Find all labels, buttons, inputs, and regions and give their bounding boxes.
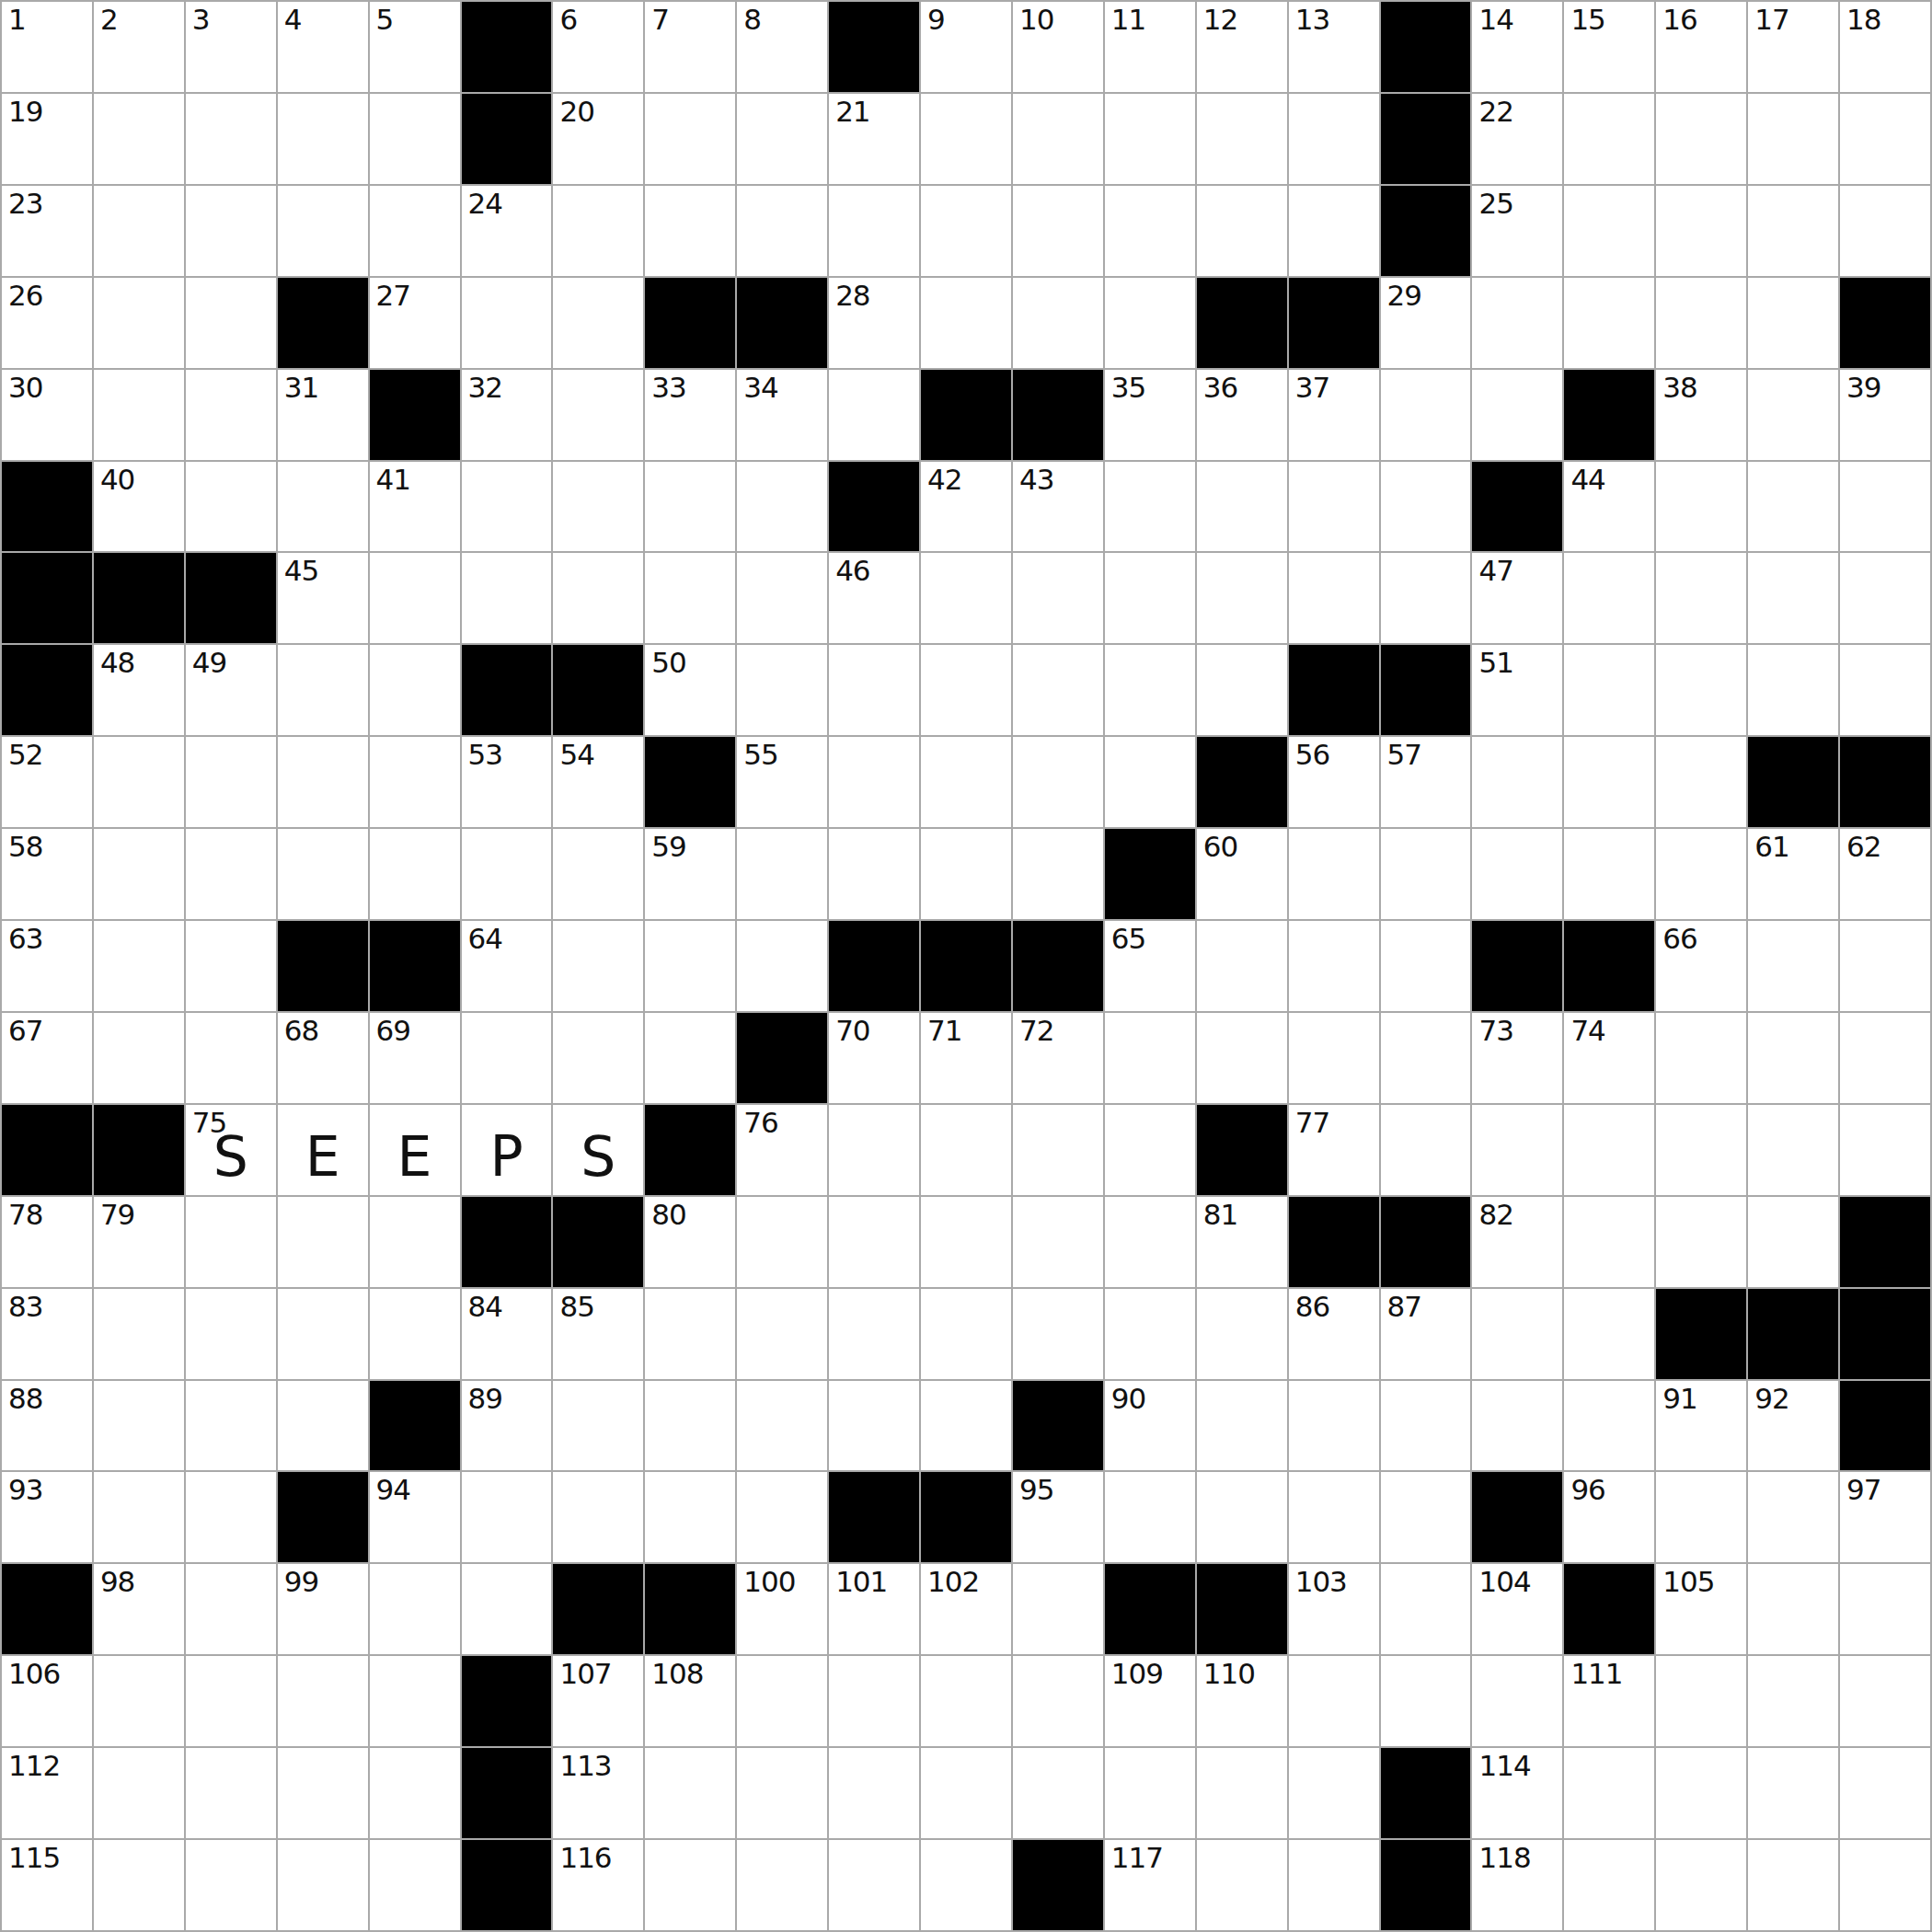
cell-r3c14[interactable] <box>1197 186 1287 276</box>
cell-r7c6[interactable] <box>462 553 552 643</box>
cell-r13c19[interactable] <box>1656 1105 1746 1195</box>
cell-r18c6[interactable] <box>462 1564 552 1654</box>
cell-r12c6[interactable] <box>462 1013 552 1103</box>
cell-r6c8[interactable] <box>645 462 735 552</box>
cell-r16c7[interactable] <box>553 1381 643 1471</box>
cell-r15c15[interactable]: 86 <box>1289 1289 1379 1379</box>
cell-r20c18[interactable] <box>1564 1748 1654 1838</box>
cell-r5c15[interactable]: 37 <box>1289 370 1379 460</box>
cell-r20c17[interactable]: 114 <box>1472 1748 1562 1838</box>
cell-r17c21[interactable]: 97 <box>1840 1472 1930 1562</box>
cell-r21c5[interactable] <box>370 1840 460 1930</box>
cell-r1c21[interactable]: 18 <box>1840 2 1930 92</box>
cell-r21c4[interactable] <box>278 1840 368 1930</box>
cell-r10c20[interactable]: 61 <box>1748 829 1838 919</box>
cell-r2c14[interactable] <box>1197 94 1287 184</box>
cell-r9c4[interactable] <box>278 737 368 827</box>
cell-r12c18[interactable]: 74 <box>1564 1013 1654 1103</box>
cell-r6c19[interactable] <box>1656 462 1746 552</box>
cell-r3c15[interactable] <box>1289 186 1379 276</box>
cell-r8c9[interactable] <box>737 645 827 735</box>
cell-r7c16[interactable] <box>1381 553 1471 643</box>
cell-r3c21[interactable] <box>1840 186 1930 276</box>
cell-r11c6[interactable]: 64 <box>462 921 552 1011</box>
cell-r20c20[interactable] <box>1748 1748 1838 1838</box>
cell-r16c16[interactable] <box>1381 1381 1471 1471</box>
cell-r2c13[interactable] <box>1105 94 1195 184</box>
cell-r20c11[interactable] <box>921 1748 1011 1838</box>
cell-r8c11[interactable] <box>921 645 1011 735</box>
cell-r6c2[interactable]: 40 <box>94 462 184 552</box>
cell-r4c1[interactable]: 26 <box>2 278 92 368</box>
cell-r8c12[interactable] <box>1013 645 1103 735</box>
cell-r2c5[interactable] <box>370 94 460 184</box>
cell-r17c18[interactable]: 96 <box>1564 1472 1654 1562</box>
cell-r11c16[interactable] <box>1381 921 1471 1011</box>
cell-r3c11[interactable] <box>921 186 1011 276</box>
cell-r6c11[interactable]: 42 <box>921 462 1011 552</box>
cell-r16c8[interactable] <box>645 1381 735 1471</box>
cell-r19c17[interactable] <box>1472 1656 1562 1746</box>
cell-r11c2[interactable] <box>94 921 184 1011</box>
cell-r14c10[interactable] <box>829 1197 919 1287</box>
cell-r21c11[interactable] <box>921 1840 1011 1930</box>
cell-r5c10[interactable] <box>829 370 919 460</box>
cell-r17c7[interactable] <box>553 1472 643 1562</box>
cell-r6c18[interactable]: 44 <box>1564 462 1654 552</box>
cell-r19c19[interactable] <box>1656 1656 1746 1746</box>
cell-r16c14[interactable] <box>1197 1381 1287 1471</box>
cell-r17c14[interactable] <box>1197 1472 1287 1562</box>
cell-r7c9[interactable] <box>737 553 827 643</box>
cell-r4c13[interactable] <box>1105 278 1195 368</box>
cell-r16c11[interactable] <box>921 1381 1011 1471</box>
cell-r21c19[interactable] <box>1656 1840 1746 1930</box>
cell-r14c1[interactable]: 78 <box>2 1197 92 1287</box>
cell-r8c17[interactable]: 51 <box>1472 645 1562 735</box>
cell-r19c8[interactable]: 108 <box>645 1656 735 1746</box>
cell-r9c9[interactable]: 55 <box>737 737 827 827</box>
cell-r18c17[interactable]: 104 <box>1472 1564 1562 1654</box>
cell-r1c5[interactable]: 5 <box>370 2 460 92</box>
cell-r9c10[interactable] <box>829 737 919 827</box>
cell-r4c18[interactable] <box>1564 278 1654 368</box>
cell-r14c19[interactable] <box>1656 1197 1746 1287</box>
cell-r7c7[interactable] <box>553 553 643 643</box>
cell-r5c8[interactable]: 33 <box>645 370 735 460</box>
cell-r1c9[interactable]: 8 <box>737 2 827 92</box>
cell-r17c2[interactable] <box>94 1472 184 1562</box>
cell-r19c20[interactable] <box>1748 1656 1838 1746</box>
cell-r1c20[interactable]: 17 <box>1748 2 1838 92</box>
cell-r7c11[interactable] <box>921 553 1011 643</box>
cell-r3c20[interactable] <box>1748 186 1838 276</box>
cell-r20c19[interactable] <box>1656 1748 1746 1838</box>
cell-r4c20[interactable] <box>1748 278 1838 368</box>
cell-r8c14[interactable] <box>1197 645 1287 735</box>
cell-r9c2[interactable] <box>94 737 184 827</box>
cell-r15c16[interactable]: 87 <box>1381 1289 1471 1379</box>
cell-r16c19[interactable]: 91 <box>1656 1381 1746 1471</box>
cell-r1c15[interactable]: 13 <box>1289 2 1379 92</box>
cell-r15c17[interactable] <box>1472 1289 1562 1379</box>
cell-r8c13[interactable] <box>1105 645 1195 735</box>
cell-r2c21[interactable] <box>1840 94 1930 184</box>
cell-r4c3[interactable] <box>186 278 276 368</box>
cell-r17c16[interactable] <box>1381 1472 1471 1562</box>
cell-r1c17[interactable]: 14 <box>1472 2 1562 92</box>
cell-r12c10[interactable]: 70 <box>829 1013 919 1103</box>
cell-r4c12[interactable] <box>1013 278 1103 368</box>
cell-r12c12[interactable]: 72 <box>1013 1013 1103 1103</box>
cell-r10c19[interactable] <box>1656 829 1746 919</box>
cell-r2c15[interactable] <box>1289 94 1379 184</box>
cell-r16c1[interactable]: 88 <box>2 1381 92 1471</box>
cell-r1c19[interactable]: 16 <box>1656 2 1746 92</box>
cell-r19c14[interactable]: 110 <box>1197 1656 1287 1746</box>
cell-r13c10[interactable] <box>829 1105 919 1195</box>
cell-r9c19[interactable] <box>1656 737 1746 827</box>
cell-r16c18[interactable] <box>1564 1381 1654 1471</box>
cell-r6c14[interactable] <box>1197 462 1287 552</box>
cell-r16c10[interactable] <box>829 1381 919 1471</box>
cell-r6c3[interactable] <box>186 462 276 552</box>
cell-r18c10[interactable]: 101 <box>829 1564 919 1654</box>
cell-r10c14[interactable]: 60 <box>1197 829 1287 919</box>
cell-r3c4[interactable] <box>278 186 368 276</box>
cell-r13c21[interactable] <box>1840 1105 1930 1195</box>
cell-r18c12[interactable] <box>1013 1564 1103 1654</box>
cell-r17c8[interactable] <box>645 1472 735 1562</box>
cell-r14c3[interactable] <box>186 1197 276 1287</box>
cell-r16c2[interactable] <box>94 1381 184 1471</box>
cell-r2c4[interactable] <box>278 94 368 184</box>
cell-r21c3[interactable] <box>186 1840 276 1930</box>
cell-r2c18[interactable] <box>1564 94 1654 184</box>
cell-r16c13[interactable]: 90 <box>1105 1381 1195 1471</box>
cell-r5c14[interactable]: 36 <box>1197 370 1287 460</box>
cell-r20c21[interactable] <box>1840 1748 1930 1838</box>
cell-r7c10[interactable]: 46 <box>829 553 919 643</box>
cell-r9c7[interactable]: 54 <box>553 737 643 827</box>
cell-r1c8[interactable]: 7 <box>645 2 735 92</box>
cell-r2c20[interactable] <box>1748 94 1838 184</box>
cell-r15c9[interactable] <box>737 1289 827 1379</box>
cell-r12c21[interactable] <box>1840 1013 1930 1103</box>
cell-r5c3[interactable] <box>186 370 276 460</box>
cell-r14c2[interactable]: 79 <box>94 1197 184 1287</box>
cell-r18c11[interactable]: 102 <box>921 1564 1011 1654</box>
cell-r13c9[interactable]: 76 <box>737 1105 827 1195</box>
cell-r6c12[interactable]: 43 <box>1013 462 1103 552</box>
cell-r10c5[interactable] <box>370 829 460 919</box>
cell-r19c5[interactable] <box>370 1656 460 1746</box>
cell-r14c12[interactable] <box>1013 1197 1103 1287</box>
cell-r16c9[interactable] <box>737 1381 827 1471</box>
cell-r18c5[interactable] <box>370 1564 460 1654</box>
cell-r14c18[interactable] <box>1564 1197 1654 1287</box>
cell-r17c1[interactable]: 93 <box>2 1472 92 1562</box>
cell-r18c3[interactable] <box>186 1564 276 1654</box>
cell-r10c7[interactable] <box>553 829 643 919</box>
cell-r9c17[interactable] <box>1472 737 1562 827</box>
cell-r10c9[interactable] <box>737 829 827 919</box>
cell-r21c10[interactable] <box>829 1840 919 1930</box>
cell-r10c10[interactable] <box>829 829 919 919</box>
cell-r15c3[interactable] <box>186 1289 276 1379</box>
cell-r20c5[interactable] <box>370 1748 460 1838</box>
cell-r5c19[interactable]: 38 <box>1656 370 1746 460</box>
cell-r1c2[interactable]: 2 <box>94 2 184 92</box>
cell-r19c1[interactable]: 106 <box>2 1656 92 1746</box>
cell-r7c19[interactable] <box>1656 553 1746 643</box>
cell-r7c12[interactable] <box>1013 553 1103 643</box>
cell-r1c3[interactable]: 3 <box>186 2 276 92</box>
cell-r19c15[interactable] <box>1289 1656 1379 1746</box>
cell-r19c21[interactable] <box>1840 1656 1930 1746</box>
cell-r12c13[interactable] <box>1105 1013 1195 1103</box>
cell-r20c8[interactable] <box>645 1748 735 1838</box>
cell-r13c11[interactable] <box>921 1105 1011 1195</box>
cell-r18c4[interactable]: 99 <box>278 1564 368 1654</box>
cell-r5c9[interactable]: 34 <box>737 370 827 460</box>
cell-r8c3[interactable]: 49 <box>186 645 276 735</box>
cell-r12c14[interactable] <box>1197 1013 1287 1103</box>
cell-r20c3[interactable] <box>186 1748 276 1838</box>
cell-r4c6[interactable] <box>462 278 552 368</box>
cell-r9c5[interactable] <box>370 737 460 827</box>
cell-r17c6[interactable] <box>462 1472 552 1562</box>
cell-r8c20[interactable] <box>1748 645 1838 735</box>
cell-r11c15[interactable] <box>1289 921 1379 1011</box>
cell-r12c8[interactable] <box>645 1013 735 1103</box>
cell-r13c6[interactable]: P <box>462 1105 552 1195</box>
cell-r13c16[interactable] <box>1381 1105 1471 1195</box>
cell-r5c1[interactable]: 30 <box>2 370 92 460</box>
cell-r2c1[interactable]: 19 <box>2 94 92 184</box>
cell-r3c2[interactable] <box>94 186 184 276</box>
cell-r15c13[interactable] <box>1105 1289 1195 1379</box>
cell-r21c20[interactable] <box>1748 1840 1838 1930</box>
cell-r10c1[interactable]: 58 <box>2 829 92 919</box>
cell-r9c18[interactable] <box>1564 737 1654 827</box>
cell-r8c18[interactable] <box>1564 645 1654 735</box>
cell-r21c7[interactable]: 116 <box>553 1840 643 1930</box>
cell-r5c16[interactable] <box>1381 370 1471 460</box>
cell-r11c13[interactable]: 65 <box>1105 921 1195 1011</box>
cell-r12c5[interactable]: 69 <box>370 1013 460 1103</box>
cell-r20c14[interactable] <box>1197 1748 1287 1838</box>
cell-r2c11[interactable] <box>921 94 1011 184</box>
cell-r10c6[interactable] <box>462 829 552 919</box>
cell-r7c14[interactable] <box>1197 553 1287 643</box>
cell-r14c8[interactable]: 80 <box>645 1197 735 1287</box>
cell-r4c16[interactable]: 29 <box>1381 278 1471 368</box>
cell-r9c13[interactable] <box>1105 737 1195 827</box>
cell-r18c9[interactable]: 100 <box>737 1564 827 1654</box>
cell-r17c20[interactable] <box>1748 1472 1838 1562</box>
cell-r3c8[interactable] <box>645 186 735 276</box>
cell-r4c7[interactable] <box>553 278 643 368</box>
cell-r1c11[interactable]: 9 <box>921 2 1011 92</box>
cell-r19c3[interactable] <box>186 1656 276 1746</box>
cell-r11c21[interactable] <box>1840 921 1930 1011</box>
cell-r15c18[interactable] <box>1564 1289 1654 1379</box>
cell-r13c18[interactable] <box>1564 1105 1654 1195</box>
cell-r3c19[interactable] <box>1656 186 1746 276</box>
cell-r3c1[interactable]: 23 <box>2 186 92 276</box>
cell-r12c11[interactable]: 71 <box>921 1013 1011 1103</box>
cell-r6c16[interactable] <box>1381 462 1471 552</box>
cell-r8c8[interactable]: 50 <box>645 645 735 735</box>
cell-r2c12[interactable] <box>1013 94 1103 184</box>
cell-r18c15[interactable]: 103 <box>1289 1564 1379 1654</box>
cell-r10c15[interactable] <box>1289 829 1379 919</box>
cell-r12c1[interactable]: 67 <box>2 1013 92 1103</box>
cell-r11c14[interactable] <box>1197 921 1287 1011</box>
cell-r13c12[interactable] <box>1013 1105 1103 1195</box>
cell-r1c1[interactable]: 1 <box>2 2 92 92</box>
cell-r13c20[interactable] <box>1748 1105 1838 1195</box>
cell-r6c7[interactable] <box>553 462 643 552</box>
cell-r4c11[interactable] <box>921 278 1011 368</box>
cell-r3c3[interactable] <box>186 186 276 276</box>
cell-r4c2[interactable] <box>94 278 184 368</box>
cell-r14c17[interactable]: 82 <box>1472 1197 1562 1287</box>
cell-r2c17[interactable]: 22 <box>1472 94 1562 184</box>
cell-r16c17[interactable] <box>1472 1381 1562 1471</box>
cell-r5c20[interactable] <box>1748 370 1838 460</box>
cell-r21c13[interactable]: 117 <box>1105 1840 1195 1930</box>
cell-r12c17[interactable]: 73 <box>1472 1013 1562 1103</box>
cell-r5c17[interactable] <box>1472 370 1562 460</box>
cell-r3c10[interactable] <box>829 186 919 276</box>
cell-r2c2[interactable] <box>94 94 184 184</box>
cell-r14c14[interactable]: 81 <box>1197 1197 1287 1287</box>
cell-r7c13[interactable] <box>1105 553 1195 643</box>
cell-r8c4[interactable] <box>278 645 368 735</box>
cell-r15c11[interactable] <box>921 1289 1011 1379</box>
cell-r13c3[interactable]: 75S <box>186 1105 276 1195</box>
cell-r13c4[interactable]: E <box>278 1105 368 1195</box>
cell-r11c20[interactable] <box>1748 921 1838 1011</box>
cell-r13c5[interactable]: E <box>370 1105 460 1195</box>
cell-r7c15[interactable] <box>1289 553 1379 643</box>
cell-r19c10[interactable] <box>829 1656 919 1746</box>
cell-r2c7[interactable]: 20 <box>553 94 643 184</box>
cell-r17c3[interactable] <box>186 1472 276 1562</box>
cell-r5c13[interactable]: 35 <box>1105 370 1195 460</box>
cell-r2c3[interactable] <box>186 94 276 184</box>
cell-r10c8[interactable]: 59 <box>645 829 735 919</box>
cell-r16c20[interactable]: 92 <box>1748 1381 1838 1471</box>
cell-r20c13[interactable] <box>1105 1748 1195 1838</box>
cell-r15c10[interactable] <box>829 1289 919 1379</box>
cell-r21c1[interactable]: 115 <box>2 1840 92 1930</box>
cell-r19c2[interactable] <box>94 1656 184 1746</box>
cell-r1c18[interactable]: 15 <box>1564 2 1654 92</box>
cell-r3c18[interactable] <box>1564 186 1654 276</box>
cell-r11c7[interactable] <box>553 921 643 1011</box>
cell-r20c9[interactable] <box>737 1748 827 1838</box>
cell-r10c18[interactable] <box>1564 829 1654 919</box>
cell-r12c3[interactable] <box>186 1013 276 1103</box>
cell-r21c8[interactable] <box>645 1840 735 1930</box>
cell-r9c1[interactable]: 52 <box>2 737 92 827</box>
cell-r8c5[interactable] <box>370 645 460 735</box>
cell-r1c12[interactable]: 10 <box>1013 2 1103 92</box>
cell-r4c19[interactable] <box>1656 278 1746 368</box>
cell-r8c19[interactable] <box>1656 645 1746 735</box>
cell-r4c5[interactable]: 27 <box>370 278 460 368</box>
cell-r13c7[interactable]: S <box>553 1105 643 1195</box>
cell-r5c6[interactable]: 32 <box>462 370 552 460</box>
cell-r10c3[interactable] <box>186 829 276 919</box>
cell-r10c21[interactable]: 62 <box>1840 829 1930 919</box>
cell-r19c16[interactable] <box>1381 1656 1471 1746</box>
cell-r18c20[interactable] <box>1748 1564 1838 1654</box>
cell-r20c1[interactable]: 112 <box>2 1748 92 1838</box>
cell-r10c11[interactable] <box>921 829 1011 919</box>
cell-r16c3[interactable] <box>186 1381 276 1471</box>
cell-r12c4[interactable]: 68 <box>278 1013 368 1103</box>
cell-r20c12[interactable] <box>1013 1748 1103 1838</box>
cell-r3c17[interactable]: 25 <box>1472 186 1562 276</box>
cell-r17c12[interactable]: 95 <box>1013 1472 1103 1562</box>
cell-r8c10[interactable] <box>829 645 919 735</box>
cell-r6c6[interactable] <box>462 462 552 552</box>
cell-r21c2[interactable] <box>94 1840 184 1930</box>
cell-r21c9[interactable] <box>737 1840 827 1930</box>
cell-r10c4[interactable] <box>278 829 368 919</box>
cell-r15c4[interactable] <box>278 1289 368 1379</box>
cell-r1c7[interactable]: 6 <box>553 2 643 92</box>
cell-r17c13[interactable] <box>1105 1472 1195 1562</box>
cell-r1c13[interactable]: 11 <box>1105 2 1195 92</box>
cell-r20c2[interactable] <box>94 1748 184 1838</box>
cell-r12c19[interactable] <box>1656 1013 1746 1103</box>
cell-r13c13[interactable] <box>1105 1105 1195 1195</box>
cell-r3c7[interactable] <box>553 186 643 276</box>
cell-r8c21[interactable] <box>1840 645 1930 735</box>
cell-r14c4[interactable] <box>278 1197 368 1287</box>
cell-r6c21[interactable] <box>1840 462 1930 552</box>
cell-r16c4[interactable] <box>278 1381 368 1471</box>
cell-r7c21[interactable] <box>1840 553 1930 643</box>
cell-r21c14[interactable] <box>1197 1840 1287 1930</box>
cell-r12c20[interactable] <box>1748 1013 1838 1103</box>
cell-r7c4[interactable]: 45 <box>278 553 368 643</box>
cell-r11c9[interactable] <box>737 921 827 1011</box>
cell-r15c2[interactable] <box>94 1289 184 1379</box>
cell-r3c5[interactable] <box>370 186 460 276</box>
cell-r20c15[interactable] <box>1289 1748 1379 1838</box>
cell-r12c2[interactable] <box>94 1013 184 1103</box>
cell-r6c20[interactable] <box>1748 462 1838 552</box>
cell-r14c5[interactable] <box>370 1197 460 1287</box>
cell-r1c4[interactable]: 4 <box>278 2 368 92</box>
cell-r11c3[interactable] <box>186 921 276 1011</box>
cell-r15c7[interactable]: 85 <box>553 1289 643 1379</box>
cell-r6c4[interactable] <box>278 462 368 552</box>
cell-r1c14[interactable]: 12 <box>1197 2 1287 92</box>
cell-r19c4[interactable] <box>278 1656 368 1746</box>
cell-r12c15[interactable] <box>1289 1013 1379 1103</box>
cell-r19c11[interactable] <box>921 1656 1011 1746</box>
cell-r6c5[interactable]: 41 <box>370 462 460 552</box>
cell-r19c13[interactable]: 109 <box>1105 1656 1195 1746</box>
cell-r5c2[interactable] <box>94 370 184 460</box>
